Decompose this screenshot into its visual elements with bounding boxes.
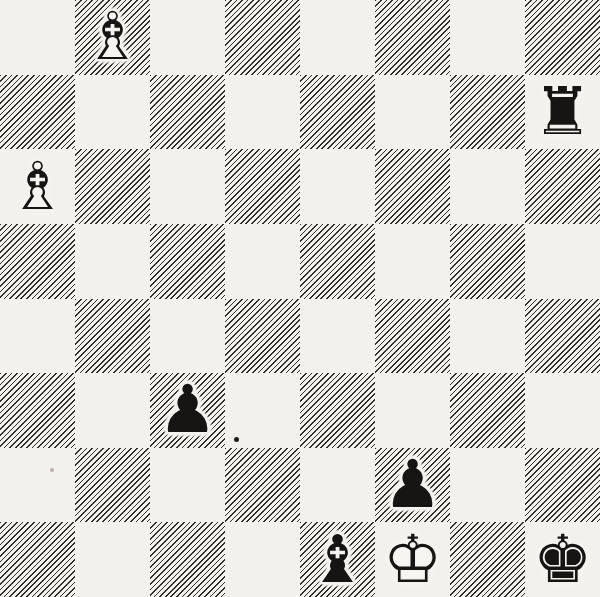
square-h7[interactable]: ♜ bbox=[525, 75, 600, 150]
square-f3[interactable] bbox=[375, 373, 450, 448]
square-a8[interactable] bbox=[0, 0, 75, 75]
square-h1[interactable]: ♚ bbox=[525, 522, 600, 597]
square-a6[interactable]: ♝♗ bbox=[0, 149, 75, 224]
square-g4[interactable] bbox=[450, 299, 525, 374]
black-pawn-icon: ♟ bbox=[375, 448, 450, 523]
square-h4[interactable] bbox=[525, 299, 600, 374]
square-b6[interactable] bbox=[75, 149, 150, 224]
black-rook-icon: ♜ bbox=[525, 75, 600, 150]
square-a3[interactable] bbox=[0, 373, 75, 448]
square-b7[interactable] bbox=[75, 75, 150, 150]
square-a1[interactable] bbox=[0, 522, 75, 597]
square-h5[interactable] bbox=[525, 224, 600, 299]
square-c3[interactable]: ♟ bbox=[150, 373, 225, 448]
square-c6[interactable] bbox=[150, 149, 225, 224]
square-f6[interactable] bbox=[375, 149, 450, 224]
square-f8[interactable] bbox=[375, 0, 450, 75]
square-h3[interactable] bbox=[525, 373, 600, 448]
square-e5[interactable] bbox=[300, 224, 375, 299]
square-c8[interactable] bbox=[150, 0, 225, 75]
square-c1[interactable] bbox=[150, 522, 225, 597]
square-c7[interactable] bbox=[150, 75, 225, 150]
square-f1[interactable]: ♚♔ bbox=[375, 522, 450, 597]
piece-black-bishop-e1[interactable]: ♝ bbox=[300, 522, 375, 597]
white-bishop-icon: ♗ bbox=[75, 0, 150, 75]
square-b1[interactable] bbox=[75, 522, 150, 597]
square-b5[interactable] bbox=[75, 224, 150, 299]
square-b8[interactable]: ♝♗ bbox=[75, 0, 150, 75]
square-d6[interactable] bbox=[225, 149, 300, 224]
square-g1[interactable] bbox=[450, 522, 525, 597]
square-g8[interactable] bbox=[450, 0, 525, 75]
square-c4[interactable] bbox=[150, 299, 225, 374]
piece-black-pawn-c3[interactable]: ♟ bbox=[150, 373, 225, 448]
square-g6[interactable] bbox=[450, 149, 525, 224]
square-e7[interactable] bbox=[300, 75, 375, 150]
black-bishop-icon: ♝ bbox=[300, 522, 375, 597]
piece-black-rook-h7[interactable]: ♜ bbox=[525, 75, 600, 150]
square-f2[interactable]: ♟ bbox=[375, 448, 450, 523]
square-g5[interactable] bbox=[450, 224, 525, 299]
square-d4[interactable] bbox=[225, 299, 300, 374]
square-h8[interactable] bbox=[525, 0, 600, 75]
square-g7[interactable] bbox=[450, 75, 525, 150]
white-bishop-icon: ♗ bbox=[0, 149, 75, 224]
square-g2[interactable] bbox=[450, 448, 525, 523]
square-e6[interactable] bbox=[300, 149, 375, 224]
chess-diagram: ♝♗♜♝♗♟♟♝♚♔♚ bbox=[0, 0, 600, 597]
piece-white-king-f1[interactable]: ♚♔ bbox=[375, 522, 450, 597]
black-pawn-icon: ♟ bbox=[150, 373, 225, 448]
square-e1[interactable]: ♝ bbox=[300, 522, 375, 597]
square-a4[interactable] bbox=[0, 299, 75, 374]
piece-black-king-h1[interactable]: ♚ bbox=[525, 522, 600, 597]
square-d3[interactable] bbox=[225, 373, 300, 448]
black-king-icon: ♚ bbox=[525, 522, 600, 597]
square-h2[interactable] bbox=[525, 448, 600, 523]
piece-white-bishop-a6[interactable]: ♝♗ bbox=[0, 149, 75, 224]
square-f4[interactable] bbox=[375, 299, 450, 374]
square-a2[interactable] bbox=[0, 448, 75, 523]
square-d1[interactable] bbox=[225, 522, 300, 597]
square-d2[interactable] bbox=[225, 448, 300, 523]
square-c5[interactable] bbox=[150, 224, 225, 299]
piece-white-bishop-b8[interactable]: ♝♗ bbox=[75, 0, 150, 75]
square-f7[interactable] bbox=[375, 75, 450, 150]
square-c2[interactable] bbox=[150, 448, 225, 523]
square-g3[interactable] bbox=[450, 373, 525, 448]
white-king-icon: ♔ bbox=[375, 522, 450, 597]
square-a5[interactable] bbox=[0, 224, 75, 299]
square-d7[interactable] bbox=[225, 75, 300, 150]
square-e4[interactable] bbox=[300, 299, 375, 374]
piece-black-pawn-f2[interactable]: ♟ bbox=[375, 448, 450, 523]
chess-board: ♝♗♜♝♗♟♟♝♚♔♚ bbox=[0, 0, 600, 597]
square-e3[interactable] bbox=[300, 373, 375, 448]
square-a7[interactable] bbox=[0, 75, 75, 150]
square-d8[interactable] bbox=[225, 0, 300, 75]
square-e8[interactable] bbox=[300, 0, 375, 75]
square-f5[interactable] bbox=[375, 224, 450, 299]
square-h6[interactable] bbox=[525, 149, 600, 224]
square-d5[interactable] bbox=[225, 224, 300, 299]
square-e2[interactable] bbox=[300, 448, 375, 523]
square-b2[interactable] bbox=[75, 448, 150, 523]
square-b3[interactable] bbox=[75, 373, 150, 448]
square-b4[interactable] bbox=[75, 299, 150, 374]
